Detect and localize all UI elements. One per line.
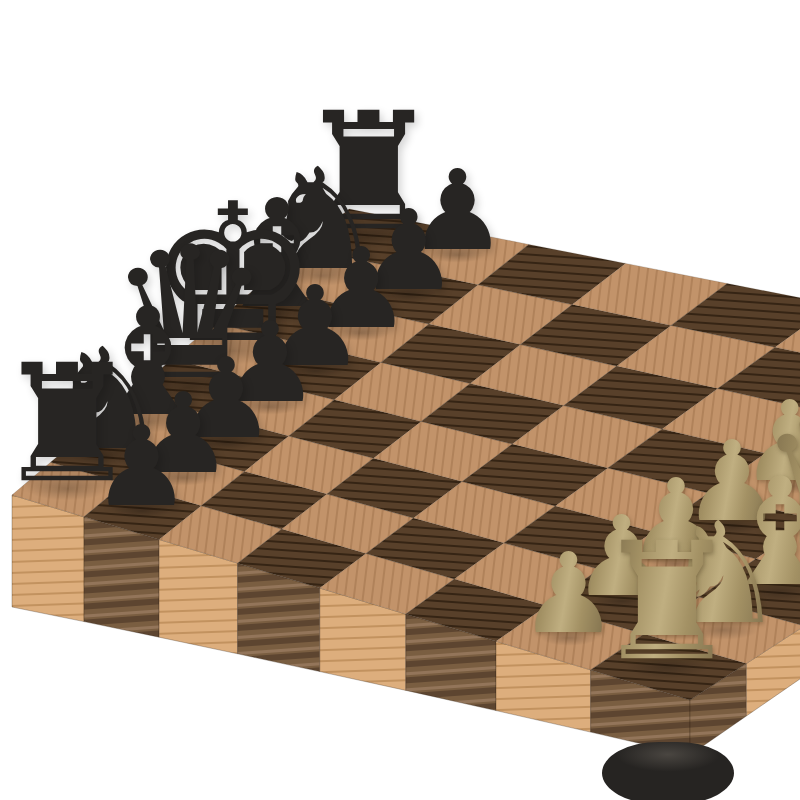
black-pawn-glyph: ♟ bbox=[92, 411, 192, 522]
pieces-layer: ♜♞♝♛♚♝♞♜♟♟♟♟♟♟♟♟♟♟♟♟♟♟♟♟♜♞♝♛♚♝♞♜ bbox=[0, 0, 800, 800]
scene: chess ♜♞♝♛♚♝♞♜♟♟♟♟♟♟♟♟♟♟♟♟♟♟♟♟♜♞♝♛♚♝♞♜ bbox=[0, 0, 800, 800]
white-rook-glyph: ♜ bbox=[594, 521, 739, 683]
